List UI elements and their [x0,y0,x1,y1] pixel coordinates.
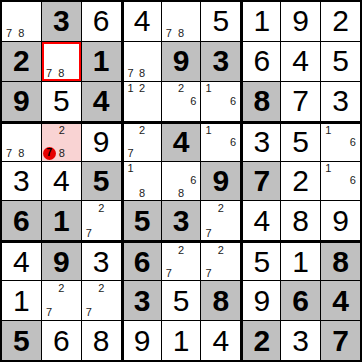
empty-candidate-slot [28,125,40,137]
solved-digit: 8 [93,326,110,356]
empty-candidate-slot [187,15,199,27]
empty-candidate-slot [43,282,55,294]
empty-candidate-slot [227,107,239,119]
empty-candidate-slot [15,136,27,148]
solved-digit: 3 [292,326,309,356]
empty-candidate-slot [107,282,119,294]
empty-candidate-slot [125,175,137,187]
candidate-digit: 8 [175,187,187,199]
empty-candidate-slot [67,282,79,294]
given-digit: 4 [173,127,190,157]
pencil-marks: 27 [202,244,239,279]
empty-candidate-slot [67,307,79,319]
circled-candidate: 7 [43,147,56,160]
pencil-marks: 78 [43,43,80,80]
pencil-marks: 278 [43,125,80,160]
given-digit: 8 [332,247,349,277]
empty-candidate-slot [95,295,107,307]
empty-candidate-slot [67,67,79,79]
empty-candidate-slot [95,215,107,227]
cell-r1c1[interactable]: 78 [42,42,81,81]
cell-r3c0[interactable]: 78 [2,122,41,161]
solved-digit: 4 [13,247,30,277]
empty-candidate-slot [202,148,214,160]
solved-digit: 3 [13,166,30,196]
cell-r4c1[interactable]: 4 [42,162,81,201]
empty-candidate-slot [322,187,334,199]
empty-candidate-slot [187,3,199,15]
solved-digit: 4 [53,166,70,196]
candidate-digit: 6 [347,175,359,187]
empty-candidate-slot [125,95,137,107]
empty-candidate-slot [215,268,227,280]
cell-r6c7[interactable]: 1 [281,241,320,280]
cell-r0c6[interactable]: 1 [241,2,280,41]
cell-r3c1[interactable]: 278 [42,122,81,161]
empty-candidate-slot [15,125,27,137]
empty-candidate-slot [163,107,175,119]
cell-r2c8[interactable]: 3 [321,82,360,121]
cell-r8c1[interactable]: 6 [42,321,81,360]
candidate-digit: 7 [202,268,214,280]
cell-r6c6[interactable]: 5 [241,241,280,280]
empty-candidate-slot [175,268,187,280]
cell-r5c1[interactable]: 1 [42,201,81,240]
empty-candidate-slot [28,28,40,40]
cell-r8c3[interactable]: 9 [122,321,161,360]
empty-candidate-slot [28,136,40,148]
candidate-digit: 1 [322,125,334,137]
empty-candidate-slot [55,43,67,55]
empty-candidate-slot [187,256,199,268]
cell-r2c3[interactable]: 12 [122,82,161,121]
empty-candidate-slot [136,43,148,55]
pencil-marks: 27 [83,202,120,239]
cell-r6c2[interactable]: 3 [82,241,121,280]
cell-r4c6[interactable]: 7 [241,162,280,201]
solved-digit: 3 [93,247,110,277]
empty-candidate-slot [227,148,239,160]
empty-candidate-slot [175,15,187,27]
candidate-digit: 7 [163,28,175,40]
cell-r3c2[interactable]: 9 [82,122,121,161]
solved-digit: 5 [332,46,349,76]
candidate-digit: 2 [55,282,67,294]
empty-candidate-slot [148,187,160,199]
empty-candidate-slot [148,148,160,160]
solved-digit: 6 [93,6,110,36]
empty-candidate-slot [347,125,359,137]
candidate-digit: 6 [227,95,239,107]
cell-r6c1[interactable]: 9 [42,241,81,280]
empty-candidate-slot [202,202,214,214]
pencil-marks: 68 [163,163,200,200]
solved-digit: 9 [134,326,151,356]
solved-digit: 1 [292,247,309,277]
cell-r1c8[interactable]: 5 [321,42,360,81]
empty-candidate-slot [227,125,239,137]
given-digit: 6 [292,286,309,316]
empty-candidate-slot [334,148,346,160]
empty-candidate-slot [215,148,227,160]
empty-candidate-slot [187,107,199,119]
empty-candidate-slot [175,95,187,107]
given-digit: 8 [253,86,270,116]
cell-r6c0[interactable]: 4 [2,241,41,280]
cell-r5c6[interactable]: 4 [241,201,280,240]
given-digit: 1 [53,206,70,236]
cell-r5c0[interactable]: 6 [2,201,41,240]
empty-candidate-slot [83,202,95,214]
empty-candidate-slot [107,227,119,239]
cell-r8c2[interactable]: 8 [82,321,121,360]
cell-r1c7[interactable]: 4 [281,42,320,81]
empty-candidate-slot [43,125,56,136]
candidate-digit: 8 [136,67,148,79]
cell-r4c4[interactable]: 68 [162,162,201,201]
candidate-digit: 7 [43,307,55,319]
empty-candidate-slot [3,3,15,15]
candidate-digit: 6 [227,136,239,148]
empty-candidate-slot [95,307,107,319]
empty-candidate-slot [148,136,160,148]
empty-candidate-slot [67,55,79,67]
cell-r1c0[interactable]: 2 [2,42,41,81]
empty-candidate-slot [187,187,199,199]
empty-candidate-slot [215,227,227,239]
cell-r2c2[interactable]: 4 [82,82,121,121]
candidate-digit: 2 [215,202,227,214]
cell-r1c6[interactable]: 6 [241,42,280,81]
cell-r8c6[interactable]: 2 [241,321,280,360]
empty-candidate-slot [163,244,175,256]
empty-candidate-slot [3,125,15,137]
cell-r7c5[interactable]: 8 [201,281,240,320]
cell-r8c5[interactable]: 4 [201,321,240,360]
solved-digit: 4 [134,6,151,36]
pencil-marks: 27 [125,125,160,160]
empty-candidate-slot [68,136,80,147]
empty-candidate-slot [125,125,137,137]
empty-candidate-slot [215,215,227,227]
empty-candidate-slot [227,244,239,256]
cell-r6c8[interactable]: 8 [321,241,360,280]
solved-digit: 9 [93,127,110,157]
pencil-marks: 27 [43,282,80,319]
empty-candidate-slot [148,43,160,55]
candidate-digit: 1 [202,125,214,137]
solved-digit: 5 [173,286,190,316]
empty-candidate-slot [202,136,214,148]
empty-candidate-slot [187,268,199,280]
solved-digit: 2 [332,6,349,36]
empty-candidate-slot [125,43,137,55]
empty-candidate-slot [136,163,148,175]
empty-candidate-slot [215,83,227,95]
given-digit: 9 [173,46,190,76]
pencil-marks: 78 [3,125,40,160]
cell-r4c3[interactable]: 18 [122,162,161,201]
empty-candidate-slot [215,125,227,137]
given-digit: 3 [173,206,190,236]
empty-candidate-slot [3,136,15,148]
candidate-digit: 2 [175,244,187,256]
cell-r4c0[interactable]: 3 [2,162,41,201]
empty-candidate-slot [187,244,199,256]
empty-candidate-slot [163,163,175,175]
cell-r0c3[interactable]: 4 [122,2,161,41]
empty-candidate-slot [136,136,148,148]
cell-r4c7[interactable]: 2 [281,162,320,201]
pencil-marks: 78 [3,3,40,40]
empty-candidate-slot [163,256,175,268]
candidate-digit: 2 [175,83,187,95]
empty-candidate-slot [43,136,56,147]
empty-candidate-slot [136,95,148,107]
empty-candidate-slot [55,295,67,307]
given-digit: 9 [213,166,230,196]
cell-r4c2[interactable]: 5 [82,162,121,201]
empty-candidate-slot [107,215,119,227]
pencil-marks: 26 [163,83,200,120]
empty-candidate-slot [68,125,80,136]
given-digit: 5 [93,166,110,196]
cell-r1c3[interactable]: 78 [122,42,161,81]
candidate-digit: 7 [3,28,15,40]
empty-candidate-slot [125,136,137,148]
cell-r4c8[interactable]: 16 [321,162,360,201]
empty-candidate-slot [15,3,27,15]
solved-digit: 8 [292,206,309,236]
candidate-digit: 7 [202,227,214,239]
cell-r0c7[interactable]: 9 [281,2,320,41]
candidate-digit: 8 [15,28,27,40]
empty-candidate-slot [107,295,119,307]
empty-candidate-slot [163,83,175,95]
empty-candidate-slot [43,295,55,307]
empty-candidate-slot [125,187,137,199]
cell-r2c6[interactable]: 8 [241,82,280,121]
candidate-digit: 8 [136,187,148,199]
cell-r0c0[interactable]: 78 [2,2,41,41]
empty-candidate-slot [175,256,187,268]
cell-r6c3[interactable]: 6 [122,241,161,280]
cell-r0c1[interactable]: 3 [42,2,81,41]
cell-r2c4[interactable]: 26 [162,82,201,121]
candidate-digit: 8 [56,147,68,160]
cell-r5c4[interactable]: 3 [162,201,201,240]
empty-candidate-slot [227,215,239,227]
empty-candidate-slot [125,55,137,67]
given-digit: 2 [253,326,270,356]
solved-digit: 5 [213,6,230,36]
empty-candidate-slot [55,307,67,319]
pencil-marks: 78 [125,43,160,80]
empty-candidate-slot [148,95,160,107]
cell-r0c2[interactable]: 6 [82,2,121,41]
solved-digit: 6 [253,46,270,76]
cell-r3c7[interactable]: 5 [281,122,320,161]
empty-candidate-slot [202,256,214,268]
cell-r8c7[interactable]: 3 [281,321,320,360]
empty-candidate-slot [125,107,137,119]
cell-r2c1[interactable]: 5 [42,82,81,121]
empty-candidate-slot [136,175,148,187]
candidate-digit: 2 [95,282,107,294]
cell-r5c2[interactable]: 27 [82,201,121,240]
empty-candidate-slot [215,136,227,148]
cell-r0c5[interactable]: 5 [201,2,240,41]
empty-candidate-slot [148,55,160,67]
given-digit: 8 [213,286,230,316]
cell-r8c8[interactable]: 7 [321,321,360,360]
empty-candidate-slot [83,282,95,294]
solved-digit: 5 [292,127,309,157]
cell-r1c5[interactable]: 3 [201,42,240,81]
candidate-digit: 7 [83,307,95,319]
solved-digit: 4 [253,206,270,236]
cell-r3c6[interactable]: 3 [241,122,280,161]
solved-digit: 3 [253,127,270,157]
empty-candidate-slot [43,43,55,55]
solved-digit: 1 [173,326,190,356]
cell-r8c4[interactable]: 1 [162,321,201,360]
empty-candidate-slot [163,175,175,187]
candidate-digit: 6 [187,175,199,187]
empty-candidate-slot [227,83,239,95]
cell-r3c3[interactable]: 27 [122,122,161,161]
candidate-digit: 2 [136,83,148,95]
empty-candidate-slot [163,187,175,199]
empty-candidate-slot [334,136,346,148]
cell-r2c0[interactable]: 9 [2,82,41,121]
sudoku-board: 7836478519227817893645954122616873782789… [0,0,362,362]
solved-digit: 7 [292,86,309,116]
candidate-digit: 2 [136,125,148,137]
cell-r5c7[interactable]: 8 [281,201,320,240]
empty-candidate-slot [202,95,214,107]
empty-candidate-slot [136,148,148,160]
given-digit: 9 [53,247,70,277]
cell-r3c5[interactable]: 16 [201,122,240,161]
empty-candidate-slot [163,15,175,27]
cell-r4c5[interactable]: 9 [201,162,240,201]
cell-r6c5[interactable]: 27 [201,241,240,280]
cell-r5c3[interactable]: 5 [122,201,161,240]
candidate-digit: 1 [125,83,137,95]
candidate-digit: 2 [95,202,107,214]
empty-candidate-slot [227,202,239,214]
cell-r7c1[interactable]: 27 [42,281,81,320]
candidate-digit: 1 [322,163,334,175]
given-digit: 7 [332,326,349,356]
pencil-marks: 27 [163,244,200,279]
empty-candidate-slot [28,3,40,15]
cell-r2c7[interactable]: 7 [281,82,320,121]
empty-candidate-slot [28,148,40,160]
cell-r0c4[interactable]: 78 [162,2,201,41]
pencil-marks: 16 [202,83,239,120]
pencil-marks: 27 [202,202,239,239]
empty-candidate-slot [68,147,80,160]
candidate-digit: 1 [125,163,137,175]
empty-candidate-slot [148,175,160,187]
empty-candidate-slot [55,55,67,67]
empty-candidate-slot [67,43,79,55]
given-digit: 7 [253,166,270,196]
empty-candidate-slot [322,148,334,160]
empty-candidate-slot [56,136,68,147]
cell-r7c0[interactable]: 1 [2,281,41,320]
cell-r7c2[interactable]: 27 [82,281,121,320]
candidate-digit: 7 [83,227,95,239]
empty-candidate-slot [163,3,175,15]
solved-digit: 1 [13,286,30,316]
solved-digit: 9 [292,6,309,36]
cell-r3c8[interactable]: 16 [321,122,360,161]
empty-candidate-slot [175,163,187,175]
cell-r7c6[interactable]: 9 [241,281,280,320]
empty-candidate-slot [43,55,55,67]
cell-r3c4[interactable]: 4 [162,122,201,161]
pencil-marks: 27 [83,282,120,319]
candidate-digit: 8 [55,67,67,79]
solved-digit: 3 [332,86,349,116]
pencil-marks: 16 [322,163,359,200]
empty-candidate-slot [334,175,346,187]
pencil-marks: 16 [202,125,239,160]
candidate-digit: 1 [202,83,214,95]
pencil-marks: 78 [163,3,200,40]
cell-r7c3[interactable]: 3 [122,281,161,320]
candidate-digit: 2 [215,244,227,256]
given-digit: 5 [13,326,30,356]
cell-r7c7[interactable]: 6 [281,281,320,320]
empty-candidate-slot [202,107,214,119]
empty-candidate-slot [148,107,160,119]
cell-r7c4[interactable]: 5 [162,281,201,320]
cell-r0c8[interactable]: 2 [321,2,360,41]
candidate-digit: 6 [187,95,199,107]
cell-r1c2[interactable]: 1 [82,42,121,81]
empty-candidate-slot [227,256,239,268]
cell-r5c8[interactable]: 9 [321,201,360,240]
empty-candidate-slot [227,268,239,280]
empty-candidate-slot [347,187,359,199]
cell-r8c0[interactable]: 5 [2,321,41,360]
cell-r2c5[interactable]: 16 [201,82,240,121]
given-digit: 6 [134,247,151,277]
candidate-digit: 7 [3,148,15,160]
empty-candidate-slot [334,187,346,199]
given-digit: 6 [13,206,30,236]
empty-candidate-slot [83,295,95,307]
cell-r1c4[interactable]: 9 [162,42,201,81]
solved-digit: 4 [292,46,309,76]
candidate-digit: 6 [347,136,359,148]
empty-candidate-slot [215,256,227,268]
empty-candidate-slot [148,163,160,175]
pencil-marks: 12 [125,83,160,120]
given-digit: 5 [134,206,151,236]
empty-candidate-slot [136,55,148,67]
cell-r7c8[interactable]: 4 [321,281,360,320]
cell-r6c4[interactable]: 27 [162,241,201,280]
given-digit: 4 [332,286,349,316]
cell-r5c5[interactable]: 27 [201,201,240,240]
empty-candidate-slot [28,15,40,27]
solved-digit: 6 [53,326,70,356]
